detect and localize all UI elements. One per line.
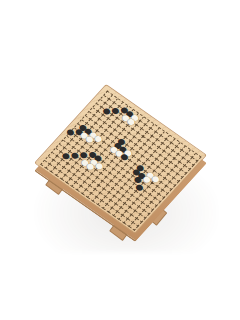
black-stone: ● [65,127,77,137]
black-stone: ● [101,106,113,116]
black-stone: ● [60,151,72,161]
black-stone: ● [134,182,146,192]
product-photo: ●●●●●●●●●●●●●●●●●●●●●●●●●●●●●●●●●●●●●●● [0,0,240,320]
